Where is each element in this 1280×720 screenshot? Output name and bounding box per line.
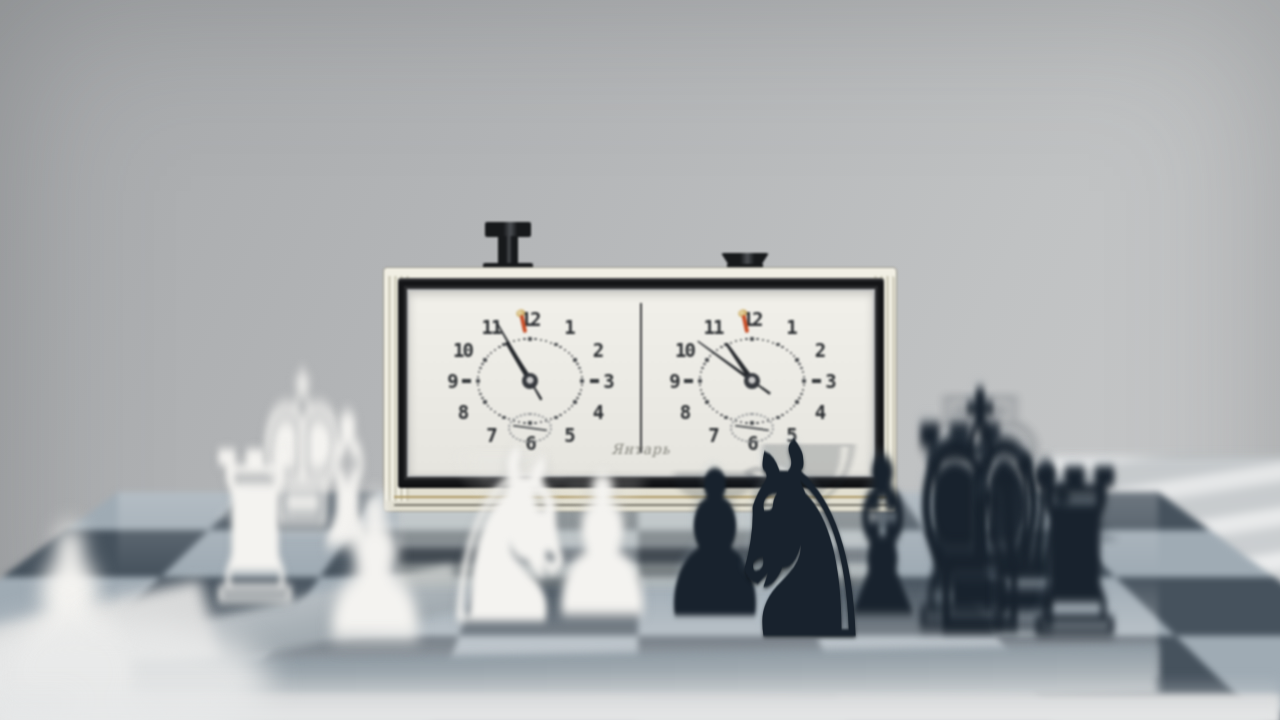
minute-tick <box>578 367 580 369</box>
minute-tick <box>568 352 570 354</box>
dial-numeral: 3 <box>603 369 612 392</box>
minute-tick <box>534 338 536 340</box>
minute-tick <box>790 352 792 354</box>
minute-tick <box>523 338 525 340</box>
minute-tick <box>479 367 481 369</box>
minute-tick <box>798 363 800 365</box>
minute-tick <box>800 367 802 369</box>
minute-tick <box>502 343 505 346</box>
minute-tick <box>781 346 783 348</box>
minute-tick <box>490 352 492 354</box>
minute-tick <box>735 340 737 342</box>
minute-tick <box>740 339 742 341</box>
dial-numeral: 1 <box>564 316 573 339</box>
minute-tick <box>498 346 500 348</box>
minute-tick <box>580 379 583 382</box>
minute-tick <box>479 393 481 395</box>
dial-numeral: 2 <box>815 338 824 361</box>
minute-tick <box>767 340 769 342</box>
minute-tick <box>803 376 805 378</box>
minute-tick <box>564 349 566 351</box>
dial-numeral: 9 <box>669 369 678 392</box>
quarter-dash <box>812 379 821 383</box>
minute-tick <box>518 339 520 341</box>
minute-tick <box>701 393 703 395</box>
minute-tick <box>478 371 480 373</box>
quarter-dash <box>590 379 599 383</box>
minute-tick <box>540 339 542 341</box>
dial-divider <box>640 303 642 453</box>
minute-tick <box>581 376 583 378</box>
minute-tick <box>699 384 701 386</box>
minute-tick <box>477 384 479 386</box>
minute-tick <box>705 400 708 403</box>
minute-tick <box>581 384 583 386</box>
minute-tick <box>793 355 795 357</box>
dial-numeral: 9 <box>447 369 456 392</box>
minute-tick <box>580 389 582 391</box>
minute-tick <box>802 371 804 373</box>
chess-scene-photo: 121234567891011 121234567891011 Янтарь ♟… <box>0 0 1280 720</box>
minute-tick <box>487 355 489 357</box>
white-pawn-a[interactable]: ♟ <box>303 470 447 670</box>
minute-tick <box>580 371 582 373</box>
minute-tick <box>573 358 576 361</box>
minute-tick <box>700 389 702 391</box>
dial-numeral: 8 <box>680 400 689 423</box>
minute-tick <box>703 363 705 365</box>
minute-tick <box>700 371 702 373</box>
minute-tick <box>720 346 722 348</box>
minute-tick <box>762 339 764 341</box>
minute-tick <box>716 349 718 351</box>
minute-tick <box>750 337 753 340</box>
minute-tick <box>571 355 573 357</box>
minute-tick <box>795 358 798 361</box>
minute-tick <box>559 346 561 348</box>
dial-numeral: 2 <box>593 338 602 361</box>
minute-tick <box>756 338 758 340</box>
black-rook-b[interactable]: ♜ <box>1006 440 1144 670</box>
minute-tick <box>786 349 788 351</box>
minute-tick <box>703 397 705 399</box>
minute-tick <box>576 363 578 365</box>
dial-numeral: 10 <box>675 338 694 361</box>
minute-tick <box>698 379 701 382</box>
minute-tick <box>550 342 552 344</box>
dial-numeral: 1 <box>786 316 795 339</box>
minute-tick <box>545 340 547 342</box>
quarter-dash <box>462 379 471 383</box>
minute-tick <box>513 340 515 342</box>
minute-tick <box>578 393 580 395</box>
minute-tick <box>554 343 557 346</box>
dial-numeral: 11 <box>704 316 723 339</box>
minute-tick <box>730 342 732 344</box>
quarter-dash <box>684 379 693 383</box>
minute-tick <box>701 367 703 369</box>
minute-tick <box>699 376 701 378</box>
minute-tick <box>709 405 711 407</box>
hands-hub <box>522 373 538 389</box>
minute-tick <box>528 337 531 340</box>
minute-tick <box>477 376 479 378</box>
minute-tick <box>705 358 708 361</box>
minute-tick <box>772 342 774 344</box>
minute-tick <box>802 379 805 382</box>
dial-numeral: 11 <box>482 316 501 339</box>
black-knight[interactable]: ♞ <box>703 408 897 678</box>
minute-tick <box>745 338 747 340</box>
minute-tick <box>481 363 483 365</box>
minute-tick <box>494 349 496 351</box>
dial-numeral: 10 <box>453 338 472 361</box>
white-rook[interactable]: ♜ <box>190 425 320 635</box>
minute-tick <box>476 379 479 382</box>
minute-tick <box>709 355 711 357</box>
minute-tick <box>478 389 480 391</box>
minute-tick <box>776 343 779 346</box>
minute-tick <box>483 358 486 361</box>
